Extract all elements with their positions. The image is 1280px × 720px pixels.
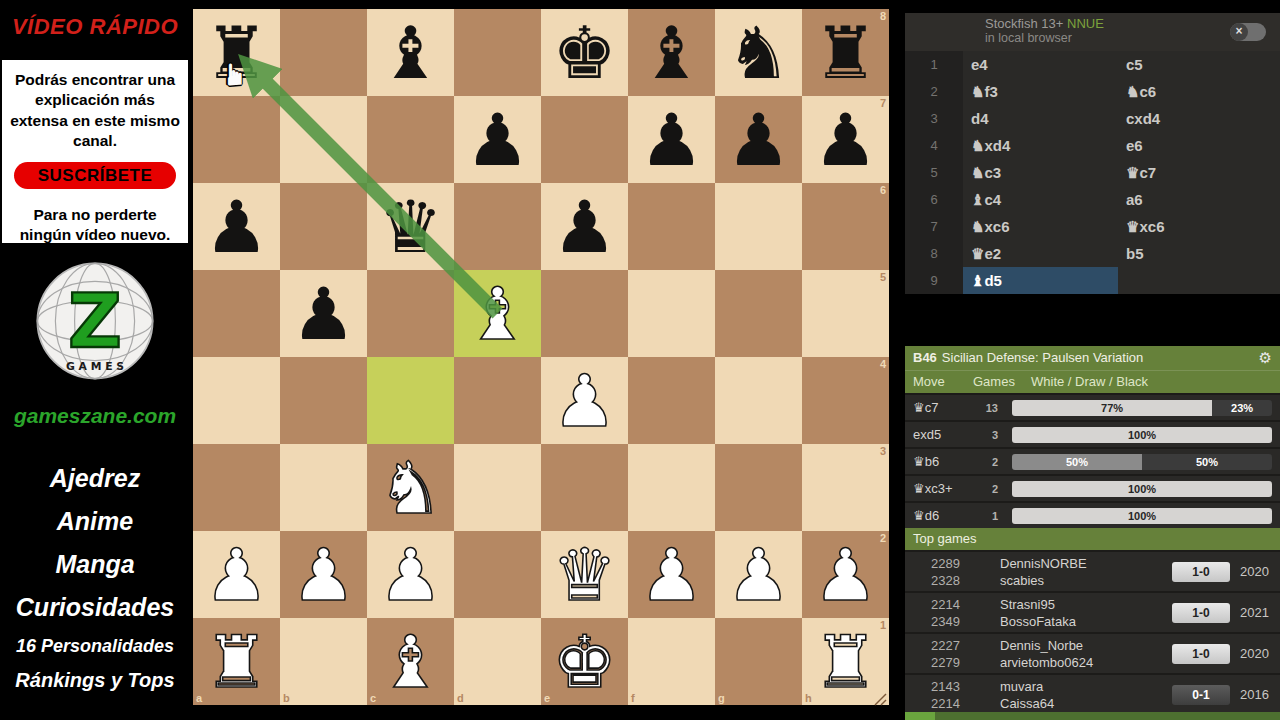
move-row-3: 3d4cxd4: [905, 105, 1280, 132]
square-g8[interactable]: ♞: [715, 9, 802, 96]
coord-rank-5: 5: [880, 271, 886, 283]
coord-file-h: h: [805, 692, 812, 704]
move-9-b: [1118, 267, 1280, 294]
sidebar-item-curiosidades: Curiosidades: [0, 593, 190, 622]
square-e7[interactable]: [541, 96, 628, 183]
hand-cursor-icon: ☛: [217, 61, 252, 88]
player-ratings: 22892328: [905, 555, 975, 589]
square-b4[interactable]: [280, 357, 367, 444]
coord-file-f: f: [631, 692, 635, 704]
player-ratings: 22142349: [905, 596, 975, 630]
explorer-move-row[interactable]: exd53100%: [905, 420, 1280, 447]
top-game-row[interactable]: 22892328DennisNORBEscabies1-02020: [905, 550, 1280, 591]
piece-white-rook[interactable]: ♜: [193, 618, 280, 705]
sidebar-item-16-personalidades: 16 Personalidades: [0, 636, 190, 657]
move-row-1: 1e4c5: [905, 51, 1280, 78]
square-b8[interactable]: [280, 9, 367, 96]
last-move-highlight: [367, 357, 454, 444]
square-e1[interactable]: ♚e: [541, 618, 628, 705]
top-game-row[interactable]: 22142349Strasni95BossoFataka1-02021: [905, 591, 1280, 632]
top-game-row[interactable]: 21432214muvaraCaissa640-12016: [905, 673, 1280, 714]
square-g2[interactable]: ♟: [715, 531, 802, 618]
move-8-b[interactable]: b5: [1118, 240, 1280, 267]
result-bar: 100%: [1012, 427, 1272, 443]
piece-black-bishop[interactable]: ♝: [628, 9, 715, 96]
square-h2[interactable]: ♟2: [802, 531, 889, 618]
piece-black-pawn[interactable]: ♟: [628, 96, 715, 183]
move-3-b[interactable]: cxd4: [1118, 105, 1280, 132]
move-number: 6: [905, 186, 963, 213]
player-names: Dennis_Norbearvietombo0624: [975, 637, 1172, 671]
card-text-2: Para no perderte ningún vídeo nuevo.: [2, 195, 188, 246]
square-a1[interactable]: ♜a: [193, 618, 280, 705]
move-5-w[interactable]: ♞c3: [963, 159, 1118, 186]
coord-file-b: b: [283, 692, 290, 704]
opening-header: B46Sicilian Defense: Paulsen Variation ⚙: [905, 346, 1280, 370]
app-window: VÍDEO RÁPIDO Podrás encontrar una explic…: [0, 0, 1280, 720]
move-number: 5: [905, 159, 963, 186]
result-chip: 1-0: [1172, 562, 1230, 582]
square-e2[interactable]: ♛: [541, 531, 628, 618]
sidebar-item-r-nkings-y-tops: Ránkings y Tops: [0, 669, 190, 692]
piece-white-bishop[interactable]: ♝: [367, 618, 454, 705]
coord-rank-3: 3: [880, 445, 886, 457]
game-year: 2020: [1240, 564, 1280, 579]
square-h4[interactable]: 4: [802, 357, 889, 444]
piece-white-bishop[interactable]: ♝: [454, 270, 541, 357]
move-row-9: 9♝d5: [905, 267, 1280, 294]
zgames-logo: Z G A M E S: [35, 260, 155, 382]
video-rapido-banner: VÍDEO RÁPIDO: [0, 14, 190, 40]
channel-topics-list: AjedrezAnimeMangaCuriosidades16 Personal…: [0, 464, 190, 706]
square-f4[interactable]: [628, 357, 715, 444]
explorer-game-count: 3: [968, 429, 998, 441]
explorer-move-row[interactable]: ♛b6250%50%: [905, 447, 1280, 474]
subscribe-button[interactable]: SUSCRÍBETE: [14, 162, 176, 189]
move-1-w[interactable]: e4: [963, 51, 1118, 78]
move-8-w[interactable]: ♛e2: [963, 240, 1118, 267]
square-g4[interactable]: [715, 357, 802, 444]
move-row-4: 4♞xd4e6: [905, 132, 1280, 159]
square-f3[interactable]: [628, 444, 715, 531]
square-e4[interactable]: ♟: [541, 357, 628, 444]
move-1-b[interactable]: c5: [1118, 51, 1280, 78]
piece-white-pawn[interactable]: ♟: [280, 531, 367, 618]
move-row-6: 6♝c4a6: [905, 186, 1280, 213]
square-g1[interactable]: g: [715, 618, 802, 705]
engine-location: in local browser: [905, 31, 1280, 45]
result-chip: 1-0: [1172, 644, 1230, 664]
engine-header: Stockfish 13+ NNUE in local browser ×: [905, 13, 1280, 51]
col-move: Move: [913, 371, 973, 393]
move-row-5: 5♞c3♛c7: [905, 159, 1280, 186]
explorer-move-row[interactable]: ♛xc3+2100%: [905, 474, 1280, 501]
piece-white-queen[interactable]: ♛: [541, 531, 628, 618]
square-h7[interactable]: ♟7: [802, 96, 889, 183]
move-number: 7: [905, 213, 963, 240]
card-text-1: Podrás encontrar una explicación más ext…: [2, 60, 188, 152]
channel-sidebar: VÍDEO RÁPIDO Podrás encontrar una explic…: [0, 0, 190, 720]
explorer-move[interactable]: ♛d6: [905, 508, 968, 523]
player-names: DennisNORBEscabies: [975, 555, 1172, 589]
square-d7[interactable]: ♟: [454, 96, 541, 183]
channel-card: Podrás encontrar una explicación más ext…: [2, 60, 188, 243]
piece-white-pawn[interactable]: ♟: [541, 357, 628, 444]
coord-file-a: a: [196, 692, 202, 704]
chess-board: ♜♝♚♝♞♜8♟♟♟♟7♟♛♟6♟♝5♟4♞3♟♟♟♛♟♟♟2♜ab♝cd♚ef…: [193, 9, 889, 705]
explorer-move[interactable]: ♛xc3+: [905, 481, 968, 496]
explorer-column-headers: Move Games White / Draw / Black: [905, 370, 1280, 393]
piece-black-rook[interactable]: ♜: [802, 9, 889, 96]
move-number: 4: [905, 132, 963, 159]
piece-white-pawn[interactable]: ♟: [802, 531, 889, 618]
player-names: muvaraCaissa64: [975, 678, 1172, 712]
square-a3[interactable]: [193, 444, 280, 531]
square-c8[interactable]: ♝: [367, 9, 454, 96]
move-number: 2: [905, 78, 963, 105]
result-segment-white: 100%: [1012, 481, 1272, 497]
square-c5[interactable]: [367, 270, 454, 357]
move-9-w[interactable]: ♝d5: [963, 267, 1118, 294]
piece-black-pawn[interactable]: ♟: [802, 96, 889, 183]
engine-nnue-badge: NNUE: [1067, 16, 1104, 31]
explorer-game-count: 1: [968, 510, 998, 522]
explorer-move[interactable]: ♛b6: [905, 454, 968, 469]
coord-rank-1: 1: [880, 619, 886, 631]
square-b2[interactable]: ♟: [280, 531, 367, 618]
sidebar-item-manga: Manga: [0, 550, 190, 579]
piece-black-pawn[interactable]: ♟: [280, 270, 367, 357]
square-f7[interactable]: ♟: [628, 96, 715, 183]
game-year: 2020: [1240, 646, 1280, 661]
coord-rank-4: 4: [880, 358, 886, 370]
move-4-b[interactable]: e6: [1118, 132, 1280, 159]
square-a6[interactable]: ♟: [193, 183, 280, 270]
piece-white-pawn[interactable]: ♟: [715, 531, 802, 618]
explorer-move[interactable]: exd5: [905, 427, 968, 442]
move-row-7: 7♞xc6♛xc6: [905, 213, 1280, 240]
square-f5[interactable]: [628, 270, 715, 357]
svg-text:G A M E S: G A M E S: [66, 360, 124, 373]
piece-white-king[interactable]: ♚: [541, 618, 628, 705]
opening-explorer: B46Sicilian Defense: Paulsen Variation ⚙…: [905, 346, 1280, 714]
piece-white-pawn[interactable]: ♟: [628, 531, 715, 618]
square-a5[interactable]: [193, 270, 280, 357]
square-c4[interactable]: [367, 357, 454, 444]
square-e8[interactable]: ♚: [541, 9, 628, 96]
piece-black-queen[interactable]: ♛: [367, 183, 454, 270]
opening-name: Sicilian Defense: Paulsen Variation: [942, 350, 1143, 365]
move-2-b[interactable]: ♞c6: [1118, 78, 1280, 105]
result-segment-white: 100%: [1012, 427, 1272, 443]
result-bar: 100%: [1012, 508, 1272, 524]
channel-url: gameszane.com: [0, 404, 190, 428]
move-row-8: 8♛e2b5: [905, 240, 1280, 267]
col-games: Games: [973, 371, 1031, 393]
board-resize-handle[interactable]: [874, 693, 887, 706]
square-c3[interactable]: ♞: [367, 444, 454, 531]
square-f1[interactable]: f: [628, 618, 715, 705]
player-ratings: 21432214: [905, 678, 975, 712]
square-f6[interactable]: [628, 183, 715, 270]
result-segment-black: 50%: [1142, 454, 1272, 470]
result-bar: 100%: [1012, 481, 1272, 497]
square-e5[interactable]: [541, 270, 628, 357]
square-g6[interactable]: [715, 183, 802, 270]
move-number: 3: [905, 105, 963, 132]
move-7-w[interactable]: ♞xc6: [963, 213, 1118, 240]
move-3-w[interactable]: d4: [963, 105, 1118, 132]
square-d2[interactable]: [454, 531, 541, 618]
result-chip: 1-0: [1172, 603, 1230, 623]
coord-file-d: d: [457, 692, 464, 704]
result-segment-black: 23%: [1212, 400, 1272, 416]
move-row-2: 2♞f3♞c6: [905, 78, 1280, 105]
explorer-game-count: 2: [968, 456, 998, 468]
coord-file-e: e: [544, 692, 550, 704]
move-number: 9: [905, 267, 963, 294]
square-a4[interactable]: [193, 357, 280, 444]
engine-toggle-knob[interactable]: ×: [1230, 23, 1248, 41]
top-games-rows: 22892328DennisNORBEscabies1-020202214234…: [905, 550, 1280, 714]
square-d8[interactable]: [454, 9, 541, 96]
square-h6[interactable]: 6: [802, 183, 889, 270]
result-segment-draw: 50%: [1012, 454, 1142, 470]
square-c1[interactable]: ♝c: [367, 618, 454, 705]
square-a2[interactable]: ♟: [193, 531, 280, 618]
square-h1[interactable]: ♜h1: [802, 618, 889, 705]
col-result: White / Draw / Black: [1031, 371, 1148, 393]
result-chip: 0-1: [1172, 685, 1230, 705]
move-list: 1e4c52♞f3♞c63d4cxd44♞xd4e65♞c3♛c76♝c4a67…: [905, 51, 1280, 294]
square-e3[interactable]: [541, 444, 628, 531]
sidebar-item-ajedrez: Ajedrez: [0, 464, 190, 493]
piece-black-pawn[interactable]: ♟: [715, 96, 802, 183]
square-d6[interactable]: [454, 183, 541, 270]
square-c2[interactable]: ♟: [367, 531, 454, 618]
coord-rank-8: 8: [880, 10, 886, 22]
coord-file-g: g: [718, 692, 725, 704]
square-d4[interactable]: [454, 357, 541, 444]
square-a7[interactable]: [193, 96, 280, 183]
square-h3[interactable]: 3: [802, 444, 889, 531]
coord-rank-6: 6: [880, 184, 886, 196]
square-f2[interactable]: ♟: [628, 531, 715, 618]
square-d5[interactable]: ♝: [454, 270, 541, 357]
game-year: 2016: [1240, 687, 1280, 702]
move-5-b[interactable]: ♛c7: [1118, 159, 1280, 186]
piece-white-rook[interactable]: ♜: [802, 618, 889, 705]
engine-name: Stockfish 13+ NNUE: [905, 16, 1280, 31]
piece-black-king[interactable]: ♚: [541, 9, 628, 96]
move-4-w[interactable]: ♞xd4: [963, 132, 1118, 159]
square-b3[interactable]: [280, 444, 367, 531]
gear-icon[interactable]: ⚙: [1259, 346, 1272, 370]
move-6-b[interactable]: a6: [1118, 186, 1280, 213]
coord-file-c: c: [370, 692, 376, 704]
square-d3[interactable]: [454, 444, 541, 531]
piece-black-pawn[interactable]: ♟: [193, 183, 280, 270]
square-g5[interactable]: [715, 270, 802, 357]
square-d1[interactable]: d: [454, 618, 541, 705]
piece-white-pawn[interactable]: ♟: [367, 531, 454, 618]
player-names: Strasni95BossoFataka: [975, 596, 1172, 630]
piece-white-knight[interactable]: ♞: [367, 444, 454, 531]
move-7-b[interactable]: ♛xc6: [1118, 213, 1280, 240]
move-number: 1: [905, 51, 963, 78]
analysis-panel: Stockfish 13+ NNUE in local browser × 1e…: [905, 13, 1280, 720]
top-games-header: Top games: [905, 528, 1280, 550]
square-g7[interactable]: ♟: [715, 96, 802, 183]
move-2-w[interactable]: ♞f3: [963, 78, 1118, 105]
piece-black-knight[interactable]: ♞: [715, 9, 802, 96]
result-bar: 50%50%: [1012, 454, 1272, 470]
square-h8[interactable]: ♜8: [802, 9, 889, 96]
square-h5[interactable]: 5: [802, 270, 889, 357]
player-ratings: 22272279: [905, 637, 975, 671]
square-c7[interactable]: [367, 96, 454, 183]
explorer-move[interactable]: ♛c7: [905, 400, 968, 415]
explorer-move-row[interactable]: ♛d61100%: [905, 501, 1280, 528]
square-b6[interactable]: [280, 183, 367, 270]
square-b7[interactable]: [280, 96, 367, 183]
move-number: 8: [905, 240, 963, 267]
game-year: 2021: [1240, 605, 1280, 620]
explorer-game-count: 13: [968, 402, 998, 414]
square-e6[interactable]: ♟: [541, 183, 628, 270]
piece-white-pawn[interactable]: ♟: [193, 531, 280, 618]
engine-name-text: Stockfish 13+: [985, 16, 1063, 31]
piece-black-bishop[interactable]: ♝: [367, 9, 454, 96]
coord-rank-2: 2: [880, 532, 886, 544]
result-segment-white: 100%: [1012, 508, 1272, 524]
svg-text:Z: Z: [68, 278, 122, 365]
engine-toggle[interactable]: ×: [1230, 23, 1266, 41]
explorer-move-row[interactable]: ♛c71377%23%: [905, 393, 1280, 420]
square-c6[interactable]: ♛: [367, 183, 454, 270]
explorer-rows: ♛c71377%23%exd53100%♛b6250%50%♛xc3+2100%…: [905, 393, 1280, 528]
result-segment-white: 77%: [1012, 400, 1212, 416]
coord-rank-7: 7: [880, 97, 886, 109]
sidebar-item-anime: Anime: [0, 507, 190, 536]
result-bar: 77%23%: [1012, 400, 1272, 416]
square-b1[interactable]: b: [280, 618, 367, 705]
eco-code: B46: [913, 350, 937, 365]
square-b5[interactable]: ♟: [280, 270, 367, 357]
explorer-game-count: 2: [968, 483, 998, 495]
piece-black-pawn[interactable]: ♟: [454, 96, 541, 183]
piece-black-pawn[interactable]: ♟: [541, 183, 628, 270]
move-6-w[interactable]: ♝c4: [963, 186, 1118, 213]
square-g3[interactable]: [715, 444, 802, 531]
next-section-strip: [905, 712, 1280, 720]
square-f8[interactable]: ♝: [628, 9, 715, 96]
top-game-row[interactable]: 22272279Dennis_Norbearvietombo06241-0202…: [905, 632, 1280, 673]
